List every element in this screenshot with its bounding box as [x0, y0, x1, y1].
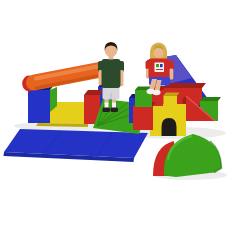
- girl-sleeve-right: [169, 61, 174, 70]
- support-cube-left-front: [28, 90, 50, 123]
- product-photo: [0, 0, 228, 228]
- boy-shirt: [102, 59, 121, 88]
- arch-block-tab-top: [164, 93, 180, 96]
- girl-graphic-blue: [160, 64, 163, 67]
- girl-shirt-graphic: [155, 63, 165, 73]
- girl-forearm-right: [169, 69, 173, 80]
- girl-head: [154, 48, 164, 58]
- boy-shoe-right: [111, 108, 119, 113]
- tower-cube-red-front: [133, 106, 153, 130]
- arch-opening: [162, 118, 177, 136]
- girl-shoe-right: [153, 90, 161, 96]
- boy-shoe-left: [103, 108, 111, 113]
- girl-graphic-green: [156, 64, 159, 67]
- scene-svg: [0, 0, 228, 228]
- corner-cube-green-top: [200, 97, 221, 101]
